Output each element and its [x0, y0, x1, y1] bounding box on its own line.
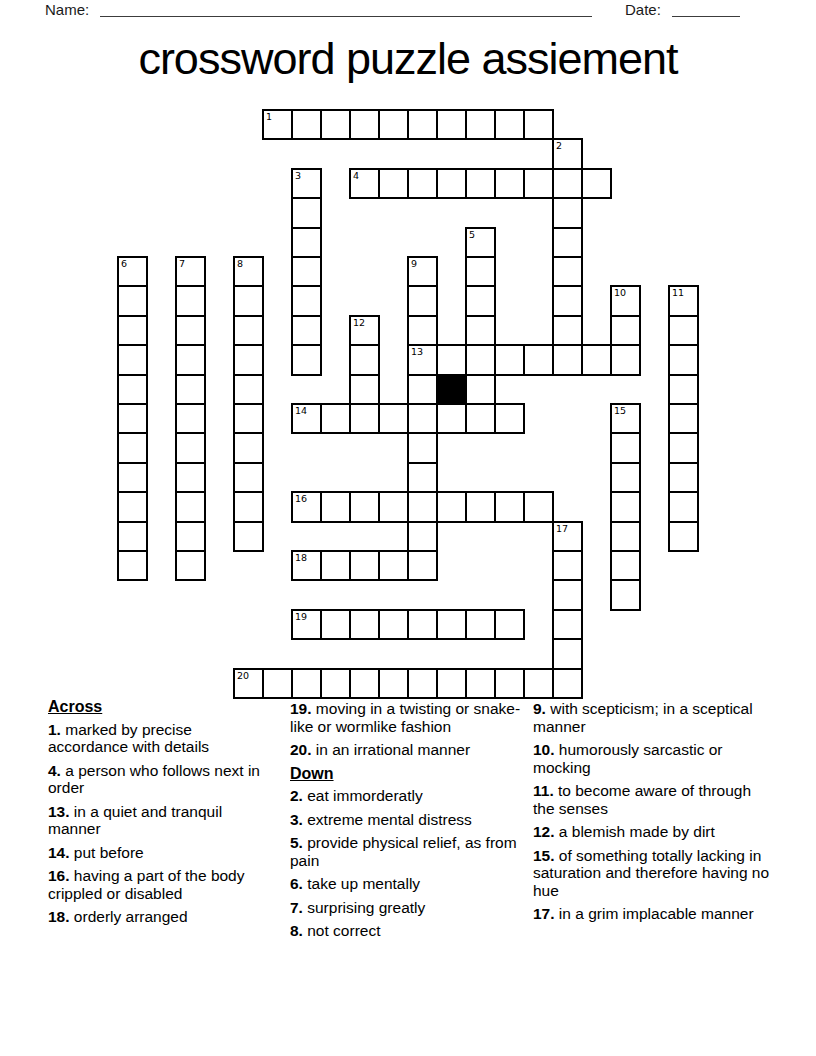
- cell-number: 18: [295, 552, 307, 563]
- grid-cell[interactable]: 18: [291, 550, 322, 581]
- clue-number: 15.: [533, 847, 555, 864]
- grid-cell[interactable]: [465, 344, 496, 375]
- clue-across-19: 19. moving in a twisting or snake-like o…: [290, 700, 523, 735]
- clue-number: 8.: [290, 922, 303, 939]
- across-heading: Across: [48, 698, 270, 716]
- worksheet-page: Name: Date: crossword puzzle assiement 1…: [0, 0, 816, 1056]
- grid-cell[interactable]: [378, 550, 409, 581]
- grid-cell[interactable]: [465, 374, 496, 405]
- cell-number: 9: [411, 258, 417, 269]
- cell-number: 6: [121, 258, 127, 269]
- grid-cell[interactable]: [494, 344, 525, 375]
- clues-column-2: 19. moving in a twisting or snake-like o…: [290, 700, 523, 946]
- grid-cell[interactable]: [552, 668, 583, 699]
- grid-cell[interactable]: [175, 491, 206, 522]
- grid-cell[interactable]: [610, 462, 641, 493]
- grid-cell[interactable]: 17: [552, 521, 583, 552]
- grid-cell[interactable]: [610, 521, 641, 552]
- clue-number: 13.: [48, 803, 70, 820]
- grid-cell[interactable]: [349, 344, 380, 375]
- cell-number: 2: [556, 140, 562, 151]
- grid-cell[interactable]: [320, 609, 351, 640]
- grid-cell[interactable]: [465, 256, 496, 287]
- grid-cell[interactable]: 12: [349, 315, 380, 346]
- cell-number: 11: [672, 287, 684, 298]
- grid-cell[interactable]: 5: [465, 227, 496, 258]
- grid-cell[interactable]: [407, 668, 438, 699]
- clue-across-18: 18. orderly arranged: [48, 908, 270, 926]
- grid-cell[interactable]: 1: [262, 109, 293, 140]
- grid-cell[interactable]: [465, 403, 496, 434]
- grid-cell[interactable]: [407, 285, 438, 316]
- grid-cell[interactable]: [349, 668, 380, 699]
- clue-number: 10.: [533, 741, 555, 758]
- grid-cell[interactable]: [117, 432, 148, 463]
- grid-cell[interactable]: [291, 256, 322, 287]
- grid-cell[interactable]: 19: [291, 609, 322, 640]
- clue-number: 16.: [48, 867, 70, 884]
- grid-cell[interactable]: [378, 491, 409, 522]
- grid-cell[interactable]: [494, 403, 525, 434]
- grid-cell[interactable]: [117, 374, 148, 405]
- grid-cell[interactable]: [465, 668, 496, 699]
- grid-cell[interactable]: [436, 668, 467, 699]
- grid-cell[interactable]: [668, 521, 699, 552]
- grid-cell[interactable]: [610, 491, 641, 522]
- cell-number: 5: [469, 229, 475, 240]
- grid-cell[interactable]: [668, 374, 699, 405]
- clue-number: 19.: [290, 700, 312, 717]
- grid-cell[interactable]: [465, 168, 496, 199]
- grid-cell[interactable]: [378, 109, 409, 140]
- grid-cell[interactable]: [233, 374, 264, 405]
- grid-cell[interactable]: [117, 315, 148, 346]
- grid-cell[interactable]: [407, 315, 438, 346]
- grid-cell[interactable]: [175, 550, 206, 581]
- cell-number: 12: [353, 317, 365, 328]
- grid-cell[interactable]: [233, 403, 264, 434]
- clue-across-1: 1. marked by precise accordance with det…: [48, 721, 270, 756]
- grid-cell[interactable]: [233, 344, 264, 375]
- grid-cell[interactable]: 7: [175, 256, 206, 287]
- grid-cell[interactable]: [291, 285, 322, 316]
- grid-cell[interactable]: [610, 315, 641, 346]
- clues-column-1: Across1. marked by precise accordance wi…: [48, 698, 270, 932]
- grid-cell[interactable]: [378, 609, 409, 640]
- grid-cell[interactable]: 10: [610, 285, 641, 316]
- cell-number: 13: [411, 346, 423, 357]
- clue-across-4: 4. a person who follows next in order: [48, 762, 270, 797]
- grid-cell[interactable]: 11: [668, 285, 699, 316]
- grid-cell[interactable]: 20: [233, 668, 264, 699]
- grid-cell[interactable]: [552, 227, 583, 258]
- clue-number: 5.: [290, 834, 303, 851]
- clue-down-5: 5. provide physical relief, as from pain: [290, 834, 523, 869]
- grid-cell[interactable]: [407, 550, 438, 581]
- grid-cell[interactable]: [523, 491, 554, 522]
- grid-cell[interactable]: [407, 521, 438, 552]
- grid-cell[interactable]: [552, 285, 583, 316]
- cell-number: 7: [179, 258, 185, 269]
- cell-number: 17: [556, 523, 568, 534]
- grid-cell[interactable]: 15: [610, 403, 641, 434]
- grid-cell[interactable]: [523, 109, 554, 140]
- name-label: Name:: [45, 1, 89, 18]
- grid-cell[interactable]: 9: [407, 256, 438, 287]
- grid-cell[interactable]: [465, 109, 496, 140]
- grid-cell[interactable]: 8: [233, 256, 264, 287]
- grid-cell[interactable]: [494, 609, 525, 640]
- clues-column-3: 9. with scepticism; in a sceptical manne…: [533, 700, 773, 929]
- grid-cell[interactable]: [494, 168, 525, 199]
- grid-cell[interactable]: [320, 403, 351, 434]
- grid-cell[interactable]: [523, 168, 554, 199]
- grid-cell[interactable]: 6: [117, 256, 148, 287]
- crossword-grid: 1234567891011121314151617181920: [118, 110, 702, 702]
- grid-cell[interactable]: [349, 109, 380, 140]
- grid-cell[interactable]: [407, 609, 438, 640]
- grid-cell[interactable]: [668, 344, 699, 375]
- grid-cell[interactable]: [668, 462, 699, 493]
- clue-down-10: 10. humorously sarcastic or mocking: [533, 741, 773, 776]
- grid-cell[interactable]: [233, 432, 264, 463]
- grid-cell[interactable]: [349, 609, 380, 640]
- clue-number: 12.: [533, 823, 555, 840]
- grid-cell[interactable]: [175, 315, 206, 346]
- clue-down-6: 6. take up mentally: [290, 875, 523, 893]
- grid-cell[interactable]: [436, 344, 467, 375]
- grid-cell[interactable]: [610, 344, 641, 375]
- grid-cell[interactable]: [581, 344, 612, 375]
- grid-cell[interactable]: [175, 374, 206, 405]
- grid-cell[interactable]: [117, 521, 148, 552]
- grid-cell[interactable]: [117, 550, 148, 581]
- grid-cell[interactable]: [610, 550, 641, 581]
- clue-down-9: 9. with scepticism; in a sceptical manne…: [533, 700, 773, 735]
- grid-cell[interactable]: 4: [349, 168, 380, 199]
- grid-cell[interactable]: [552, 550, 583, 581]
- grid-cell[interactable]: [668, 432, 699, 463]
- grid-cell[interactable]: [552, 638, 583, 669]
- grid-cell[interactable]: [233, 462, 264, 493]
- grid-cell[interactable]: [552, 197, 583, 228]
- clue-number: 3.: [290, 811, 303, 828]
- grid-cell[interactable]: 2: [552, 138, 583, 169]
- blocked-cell: [436, 374, 467, 405]
- date-blank-line: [672, 16, 740, 17]
- grid-cell[interactable]: [552, 579, 583, 610]
- grid-cell[interactable]: [668, 491, 699, 522]
- grid-cell[interactable]: [523, 344, 554, 375]
- cell-number: 16: [295, 493, 307, 504]
- grid-cell[interactable]: [407, 109, 438, 140]
- grid-cell[interactable]: [233, 285, 264, 316]
- grid-cell[interactable]: [291, 344, 322, 375]
- grid-cell[interactable]: [175, 285, 206, 316]
- grid-cell[interactable]: [349, 550, 380, 581]
- clue-number: 1.: [48, 721, 61, 738]
- grid-cell[interactable]: [262, 668, 293, 699]
- grid-cell[interactable]: [610, 432, 641, 463]
- clue-across-14: 14. put before: [48, 844, 270, 862]
- cell-number: 15: [614, 405, 626, 416]
- grid-cell[interactable]: [552, 315, 583, 346]
- grid-cell[interactable]: [349, 491, 380, 522]
- grid-cell[interactable]: [465, 285, 496, 316]
- cell-number: 14: [295, 405, 307, 416]
- grid-cell[interactable]: [117, 462, 148, 493]
- cell-number: 19: [295, 611, 307, 622]
- cell-number: 3: [295, 170, 301, 181]
- clue-number: 9.: [533, 700, 546, 717]
- page-title: crossword puzzle assiement: [0, 33, 816, 85]
- clue-number: 2.: [290, 787, 303, 804]
- grid-cell[interactable]: [320, 668, 351, 699]
- clue-number: 4.: [48, 762, 61, 779]
- clue-down-8: 8. not correct: [290, 922, 523, 940]
- grid-cell[interactable]: [407, 168, 438, 199]
- grid-cell[interactable]: [175, 403, 206, 434]
- grid-cell[interactable]: [349, 374, 380, 405]
- grid-cell[interactable]: [436, 403, 467, 434]
- grid-cell[interactable]: [233, 315, 264, 346]
- date-label: Date:: [625, 1, 661, 18]
- grid-cell[interactable]: [378, 168, 409, 199]
- grid-cell[interactable]: [117, 491, 148, 522]
- grid-cell[interactable]: [175, 462, 206, 493]
- grid-cell[interactable]: [117, 285, 148, 316]
- grid-cell[interactable]: [465, 491, 496, 522]
- grid-cell[interactable]: [610, 579, 641, 610]
- grid-cell[interactable]: [320, 491, 351, 522]
- grid-cell[interactable]: [494, 668, 525, 699]
- clue-down-3: 3. extreme mental distress: [290, 811, 523, 829]
- clue-number: 17.: [533, 905, 555, 922]
- grid-cell[interactable]: [494, 491, 525, 522]
- grid-cell[interactable]: [175, 521, 206, 552]
- grid-cell[interactable]: [349, 403, 380, 434]
- grid-cell[interactable]: [494, 109, 525, 140]
- grid-cell[interactable]: [175, 432, 206, 463]
- grid-cell[interactable]: [552, 256, 583, 287]
- clue-across-13: 13. in a quiet and tranquil manner: [48, 803, 270, 838]
- name-blank-line: [100, 16, 592, 17]
- grid-cell[interactable]: [291, 109, 322, 140]
- grid-cell[interactable]: [320, 550, 351, 581]
- clue-down-11: 11. to become aware of through the sense…: [533, 782, 773, 817]
- grid-cell[interactable]: [668, 315, 699, 346]
- clue-number: 14.: [48, 844, 70, 861]
- clue-down-2: 2. eat immorderatly: [290, 787, 523, 805]
- clue-number: 18.: [48, 908, 70, 925]
- grid-cell[interactable]: [436, 109, 467, 140]
- grid-cell[interactable]: [552, 609, 583, 640]
- grid-cell[interactable]: [407, 374, 438, 405]
- grid-cell[interactable]: [407, 403, 438, 434]
- cell-number: 10: [614, 287, 626, 298]
- grid-cell[interactable]: 3: [291, 168, 322, 199]
- clue-number: 6.: [290, 875, 303, 892]
- cell-number: 8: [237, 258, 243, 269]
- grid-cell[interactable]: [552, 168, 583, 199]
- cell-number: 4: [353, 170, 359, 181]
- grid-cell[interactable]: [465, 609, 496, 640]
- grid-cell[interactable]: [291, 197, 322, 228]
- cell-number: 1: [266, 111, 272, 122]
- cell-number: 20: [237, 670, 249, 681]
- grid-cell[interactable]: [117, 344, 148, 375]
- grid-cell[interactable]: [436, 609, 467, 640]
- clue-number: 7.: [290, 899, 303, 916]
- grid-cell[interactable]: 14: [291, 403, 322, 434]
- grid-cell[interactable]: [436, 491, 467, 522]
- grid-cell[interactable]: [668, 403, 699, 434]
- clue-number: 11.: [533, 782, 554, 799]
- grid-cell[interactable]: [291, 227, 322, 258]
- grid-cell[interactable]: [581, 168, 612, 199]
- grid-cell[interactable]: [233, 521, 264, 552]
- grid-cell[interactable]: [407, 432, 438, 463]
- grid-cell[interactable]: [552, 344, 583, 375]
- clue-down-7: 7. surprising greatly: [290, 899, 523, 917]
- grid-cell[interactable]: [465, 315, 496, 346]
- clue-across-20: 20. in an irrational manner: [290, 741, 523, 759]
- grid-cell[interactable]: [117, 403, 148, 434]
- down-heading: Down: [290, 765, 523, 783]
- grid-cell[interactable]: [291, 315, 322, 346]
- clue-down-17: 17. in a grim implacable manner: [533, 905, 773, 923]
- grid-cell[interactable]: [320, 109, 351, 140]
- grid-cell[interactable]: [378, 668, 409, 699]
- grid-cell[interactable]: [291, 668, 322, 699]
- grid-cell[interactable]: 13: [407, 344, 438, 375]
- grid-cell[interactable]: [378, 403, 409, 434]
- grid-cell[interactable]: [233, 491, 264, 522]
- grid-cell[interactable]: [523, 668, 554, 699]
- clue-number: 20.: [290, 741, 312, 758]
- grid-cell[interactable]: [436, 168, 467, 199]
- clue-down-15: 15. of something totally lacking in satu…: [533, 847, 773, 900]
- grid-cell[interactable]: [407, 462, 438, 493]
- clue-down-12: 12. a blemish made by dirt: [533, 823, 773, 841]
- grid-cell[interactable]: [407, 491, 438, 522]
- grid-cell[interactable]: [175, 344, 206, 375]
- clue-across-16: 16. having a part of the body crippled o…: [48, 867, 270, 902]
- grid-cell[interactable]: 16: [291, 491, 322, 522]
